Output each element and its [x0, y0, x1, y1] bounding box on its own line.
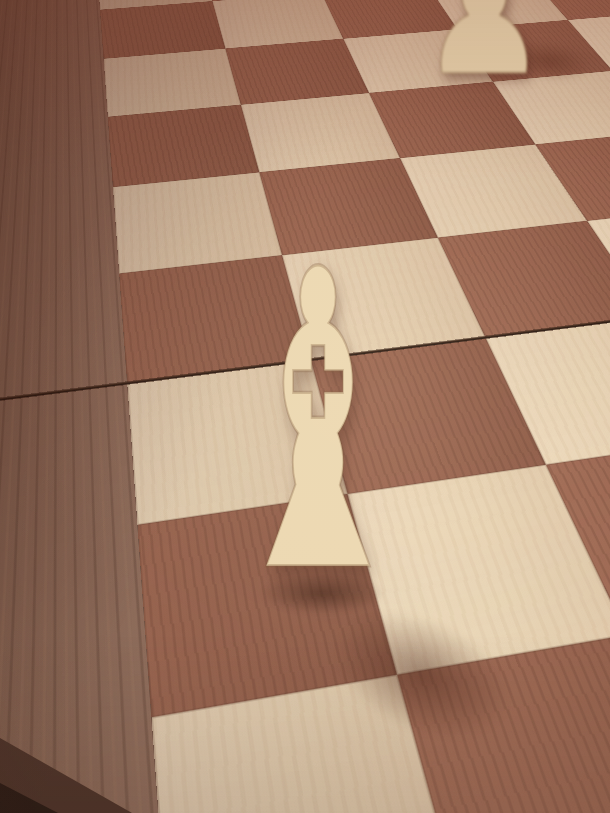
- white-bishop[interactable]: ♝: [217, 217, 419, 629]
- board-photo-scene: ♟ ♝: [0, 0, 610, 813]
- white-pawn[interactable]: ♟: [420, 0, 527, 100]
